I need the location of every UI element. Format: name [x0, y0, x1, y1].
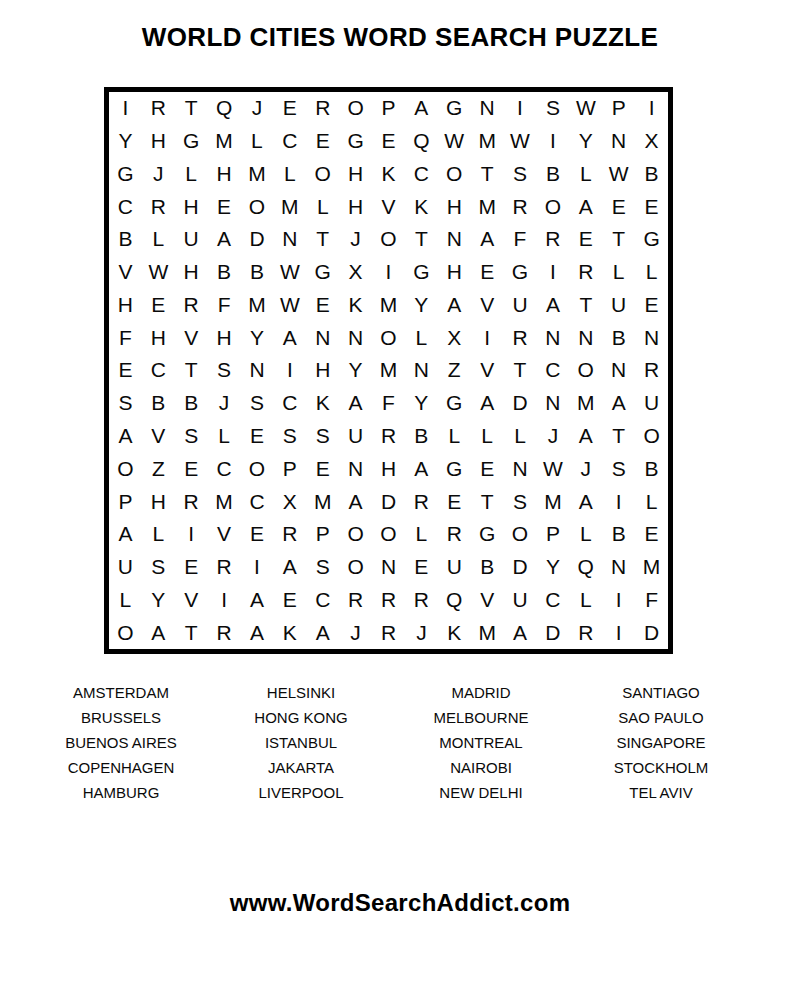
grid-cell[interactable]: T [471, 158, 504, 191]
grid-cell[interactable]: G [438, 452, 471, 485]
grid-cell[interactable]: I [602, 583, 635, 616]
grid-cell[interactable]: A [536, 289, 569, 322]
grid-cell[interactable]: L [208, 420, 241, 453]
grid-cell[interactable]: H [142, 321, 175, 354]
grid-cell[interactable]: V [142, 420, 175, 453]
grid-cell[interactable]: V [208, 518, 241, 551]
grid-cell[interactable]: H [438, 190, 471, 223]
grid-cell[interactable]: A [602, 387, 635, 420]
grid-cell[interactable]: N [471, 92, 504, 125]
grid-cell[interactable]: C [208, 452, 241, 485]
grid-cell[interactable]: G [471, 518, 504, 551]
grid-cell[interactable]: R [438, 518, 471, 551]
grid-cell[interactable]: A [405, 92, 438, 125]
grid-cell[interactable]: N [504, 452, 537, 485]
word-list-item: HAMBURG [31, 780, 211, 805]
grid-cell[interactable]: N [438, 223, 471, 256]
grid-cell[interactable]: Z [438, 354, 471, 387]
grid-cell[interactable]: E [241, 420, 274, 453]
grid-cell[interactable]: B [208, 256, 241, 289]
grid-cell[interactable]: Q [208, 92, 241, 125]
grid-cell[interactable]: V [471, 289, 504, 322]
grid-cell[interactable]: A [306, 616, 339, 649]
grid-cell[interactable]: F [504, 223, 537, 256]
grid-cell[interactable]: S [208, 354, 241, 387]
grid-cell[interactable]: I [208, 583, 241, 616]
grid-cell[interactable]: J [569, 452, 602, 485]
grid-cell[interactable]: V [175, 321, 208, 354]
grid-cell[interactable]: O [569, 354, 602, 387]
grid-cell[interactable]: B [471, 551, 504, 584]
grid-cell[interactable]: J [536, 420, 569, 453]
grid-cell[interactable]: Z [142, 452, 175, 485]
grid-cell[interactable]: N [602, 125, 635, 158]
grid-cell[interactable]: S [504, 485, 537, 518]
grid-cell[interactable]: I [602, 616, 635, 649]
grid-cell[interactable]: J [208, 387, 241, 420]
grid-cell[interactable]: A [504, 616, 537, 649]
grid-cell[interactable]: N [273, 223, 306, 256]
grid-cell[interactable]: I [175, 518, 208, 551]
grid-cell[interactable]: A [339, 485, 372, 518]
grid-cell[interactable]: D [635, 616, 668, 649]
grid-cell[interactable]: R [142, 92, 175, 125]
grid-cell[interactable]: N [306, 321, 339, 354]
grid-cell[interactable]: O [109, 452, 142, 485]
grid-cell[interactable]: S [536, 92, 569, 125]
grid-cell[interactable]: V [471, 354, 504, 387]
grid-cell[interactable]: G [504, 256, 537, 289]
grid-cell[interactable]: N [405, 354, 438, 387]
grid-cell[interactable]: R [175, 289, 208, 322]
grid-cell[interactable]: D [504, 387, 537, 420]
grid-cell[interactable]: O [635, 420, 668, 453]
grid-cell[interactable]: K [438, 616, 471, 649]
grid-cell[interactable]: L [569, 158, 602, 191]
grid-cell[interactable]: C [536, 354, 569, 387]
grid-cell[interactable]: E [569, 223, 602, 256]
grid-cell[interactable]: R [372, 420, 405, 453]
grid-cell[interactable]: O [372, 518, 405, 551]
grid-cell[interactable]: S [142, 551, 175, 584]
grid-cell[interactable]: S [306, 420, 339, 453]
grid-cell[interactable]: R [635, 354, 668, 387]
grid-cell[interactable]: N [372, 551, 405, 584]
grid-cell[interactable]: P [109, 485, 142, 518]
grid-cell[interactable]: H [142, 125, 175, 158]
grid-cell[interactable]: C [109, 190, 142, 223]
grid-cell[interactable]: K [372, 158, 405, 191]
grid-cell[interactable]: E [602, 190, 635, 223]
grid-cell[interactable]: U [438, 551, 471, 584]
grid-cell[interactable]: R [504, 190, 537, 223]
grid-cell[interactable]: C [241, 485, 274, 518]
grid-cell[interactable]: O [241, 452, 274, 485]
grid-cell[interactable]: I [273, 354, 306, 387]
grid-cell[interactable]: C [273, 387, 306, 420]
grid-cell[interactable]: S [602, 452, 635, 485]
grid-cell[interactable]: R [569, 256, 602, 289]
grid-cell[interactable]: L [635, 485, 668, 518]
grid-cell[interactable]: Q [405, 125, 438, 158]
grid-cell[interactable]: L [241, 125, 274, 158]
grid-cell[interactable]: I [504, 92, 537, 125]
word-list-item: BRUSSELS [31, 705, 211, 730]
grid-cell[interactable]: L [569, 518, 602, 551]
grid-cell[interactable]: W [142, 256, 175, 289]
grid-cell[interactable]: A [208, 223, 241, 256]
grid-cell[interactable]: Q [569, 551, 602, 584]
grid-cell[interactable]: O [109, 616, 142, 649]
grid-cell[interactable]: P [372, 92, 405, 125]
grid-cell[interactable]: B [602, 321, 635, 354]
grid-cell[interactable]: X [273, 485, 306, 518]
grid-cell[interactable]: X [635, 125, 668, 158]
grid-cell[interactable]: E [635, 289, 668, 322]
grid-cell[interactable]: I [536, 256, 569, 289]
grid-cell[interactable]: O [372, 223, 405, 256]
grid-cell[interactable]: C [142, 354, 175, 387]
grid-cell[interactable]: E [109, 354, 142, 387]
grid-cell[interactable]: N [339, 321, 372, 354]
grid-cell[interactable]: V [471, 583, 504, 616]
grid-cell[interactable]: M [306, 485, 339, 518]
grid-cell[interactable]: S [273, 420, 306, 453]
grid-cell[interactable]: Y [142, 583, 175, 616]
grid-cell[interactable]: U [602, 289, 635, 322]
grid-cell[interactable]: E [142, 289, 175, 322]
grid-cell[interactable]: G [109, 158, 142, 191]
grid-cell[interactable]: L [273, 158, 306, 191]
grid-cell[interactable]: X [339, 256, 372, 289]
grid-cell[interactable]: A [569, 485, 602, 518]
grid-cell[interactable]: D [504, 551, 537, 584]
grid-cell[interactable]: S [175, 420, 208, 453]
grid-cell[interactable]: A [142, 616, 175, 649]
grid-cell[interactable]: B [635, 158, 668, 191]
grid-cell[interactable]: R [504, 321, 537, 354]
grid-cell[interactable]: R [372, 616, 405, 649]
grid-cell[interactable]: G [175, 125, 208, 158]
grid-cell[interactable]: M [372, 354, 405, 387]
grid-cell[interactable]: O [339, 92, 372, 125]
grid-cell[interactable]: J [241, 92, 274, 125]
grid-cell[interactable]: A [241, 616, 274, 649]
grid-cell[interactable]: B [405, 420, 438, 453]
grid-cell[interactable]: M [241, 289, 274, 322]
grid-cell[interactable]: R [569, 616, 602, 649]
grid-cell[interactable]: L [635, 256, 668, 289]
grid-cell[interactable]: R [405, 485, 438, 518]
grid-cell[interactable]: U [504, 583, 537, 616]
grid-cell[interactable]: L [471, 420, 504, 453]
grid-cell[interactable]: S [241, 387, 274, 420]
grid-cell[interactable]: M [208, 125, 241, 158]
grid-cell[interactable]: N [635, 321, 668, 354]
grid-cell[interactable]: G [635, 223, 668, 256]
grid-cell[interactable]: Y [405, 387, 438, 420]
grid-cell[interactable]: A [109, 420, 142, 453]
grid-cell[interactable]: E [175, 452, 208, 485]
grid-cell[interactable]: M [471, 125, 504, 158]
grid-cell[interactable]: G [405, 256, 438, 289]
grid-cell[interactable]: U [109, 551, 142, 584]
grid-cell[interactable]: A [405, 452, 438, 485]
grid-cell[interactable]: S [306, 551, 339, 584]
grid-cell[interactable]: N [602, 354, 635, 387]
grid-cell[interactable]: G [306, 256, 339, 289]
grid-cell[interactable]: M [471, 616, 504, 649]
grid-cell[interactable]: R [306, 92, 339, 125]
word-list-item: HELSINKI [211, 680, 391, 705]
grid-cell[interactable]: H [438, 256, 471, 289]
grid-cell[interactable]: L [438, 420, 471, 453]
word-list-column: AMSTERDAMBRUSSELSBUENOS AIRESCOPENHAGENH… [31, 680, 211, 805]
grid-cell[interactable]: E [372, 125, 405, 158]
grid-cell[interactable]: W [536, 452, 569, 485]
grid-cell[interactable]: P [273, 452, 306, 485]
page: { "game": "word-search", "title": "WORLD… [0, 0, 800, 1000]
grid-cell[interactable]: E [438, 485, 471, 518]
grid-cell[interactable]: R [372, 583, 405, 616]
grid-cell[interactable]: V [372, 190, 405, 223]
grid-cell[interactable]: E [273, 92, 306, 125]
grid-cell[interactable]: P [306, 518, 339, 551]
grid-cell[interactable]: W [569, 92, 602, 125]
grid-cell[interactable]: Y [339, 354, 372, 387]
grid-cell[interactable]: A [339, 387, 372, 420]
grid-cell[interactable]: N [241, 354, 274, 387]
grid-cell[interactable]: Y [109, 125, 142, 158]
grid-cell[interactable]: J [339, 616, 372, 649]
grid-cell[interactable]: S [504, 158, 537, 191]
grid-cell[interactable]: O [504, 518, 537, 551]
grid-cell[interactable]: I [471, 321, 504, 354]
grid-cell[interactable]: P [536, 518, 569, 551]
grid-cell[interactable]: R [536, 223, 569, 256]
grid-cell[interactable]: O [241, 190, 274, 223]
grid-cell[interactable]: J [405, 616, 438, 649]
grid-cell[interactable]: U [504, 289, 537, 322]
grid-cell[interactable]: C [536, 583, 569, 616]
grid-cell[interactable]: W [504, 125, 537, 158]
grid-cell[interactable]: L [504, 420, 537, 453]
grid-cell[interactable]: H [175, 190, 208, 223]
grid-cell[interactable]: X [438, 321, 471, 354]
grid-cell[interactable]: M [471, 190, 504, 223]
grid-cell[interactable]: N [569, 321, 602, 354]
grid-cell[interactable]: E [471, 452, 504, 485]
grid-cell[interactable]: I [372, 256, 405, 289]
grid-cell[interactable]: P [602, 92, 635, 125]
grid-cell[interactable]: N [339, 452, 372, 485]
word-list-column: MADRIDMELBOURNEMONTREALNAIROBINEW DELHI [391, 680, 571, 805]
grid-cell[interactable]: C [405, 158, 438, 191]
grid-cell[interactable]: L [142, 518, 175, 551]
grid-cell[interactable]: L [306, 190, 339, 223]
grid-cell[interactable]: K [339, 289, 372, 322]
grid-cell[interactable]: R [175, 485, 208, 518]
grid-cell[interactable]: N [536, 387, 569, 420]
grid-cell[interactable]: U [339, 420, 372, 453]
grid-cell[interactable]: A [438, 289, 471, 322]
grid-cell[interactable]: D [241, 223, 274, 256]
grid-cell[interactable]: O [536, 190, 569, 223]
grid-cell[interactable]: Q [438, 583, 471, 616]
grid-cell[interactable]: M [273, 190, 306, 223]
grid-cell[interactable]: C [306, 583, 339, 616]
grid-cell[interactable]: W [438, 125, 471, 158]
word-list-item: NAIROBI [391, 755, 571, 780]
grid-cell[interactable]: R [208, 616, 241, 649]
grid-cell[interactable]: L [142, 223, 175, 256]
grid-cell[interactable]: Y [569, 125, 602, 158]
grid-cell[interactable]: Y [536, 551, 569, 584]
grid-cell[interactable]: E [208, 190, 241, 223]
grid-cell[interactable]: F [635, 583, 668, 616]
grid-cell[interactable]: W [273, 289, 306, 322]
grid-cell[interactable]: E [405, 551, 438, 584]
grid-cell[interactable]: H [142, 485, 175, 518]
grid-cell[interactable]: L [602, 256, 635, 289]
grid-cell[interactable]: T [504, 354, 537, 387]
grid-cell[interactable]: E [471, 256, 504, 289]
grid-cell[interactable]: B [109, 223, 142, 256]
grid-cell[interactable]: A [471, 223, 504, 256]
grid-cell[interactable]: W [602, 158, 635, 191]
grid-cell[interactable]: G [438, 92, 471, 125]
grid-cell[interactable]: L [175, 158, 208, 191]
grid-cell[interactable]: B [175, 387, 208, 420]
grid-cell[interactable]: H [109, 289, 142, 322]
grid-cell[interactable]: H [208, 321, 241, 354]
grid-cell[interactable]: W [273, 256, 306, 289]
grid-cell[interactable]: F [109, 321, 142, 354]
grid-cell[interactable]: O [438, 158, 471, 191]
grid-cell[interactable]: N [536, 321, 569, 354]
grid-cell[interactable]: M [536, 485, 569, 518]
grid-cell[interactable]: B [536, 158, 569, 191]
grid-cell[interactable]: B [635, 452, 668, 485]
grid-cell[interactable]: O [339, 518, 372, 551]
grid-cell[interactable]: K [306, 387, 339, 420]
grid-cell[interactable]: A [569, 190, 602, 223]
grid-cell[interactable]: V [175, 583, 208, 616]
grid-cell[interactable]: J [142, 158, 175, 191]
grid-cell[interactable]: G [438, 387, 471, 420]
grid-cell[interactable]: B [241, 256, 274, 289]
grid-cell[interactable]: T [569, 289, 602, 322]
grid-cell[interactable]: A [273, 321, 306, 354]
grid-cell[interactable]: L [405, 321, 438, 354]
grid-cell[interactable]: I [109, 92, 142, 125]
grid-cell[interactable]: V [109, 256, 142, 289]
grid-cell[interactable]: T [175, 92, 208, 125]
grid-cell[interactable]: T [306, 223, 339, 256]
grid-cell[interactable]: H [208, 158, 241, 191]
grid-cell[interactable]: K [405, 190, 438, 223]
word-list-item: MADRID [391, 680, 571, 705]
grid-cell[interactable]: H [339, 158, 372, 191]
grid-cell[interactable]: M [635, 551, 668, 584]
grid-cell[interactable]: H [306, 354, 339, 387]
grid-cell[interactable]: U [175, 223, 208, 256]
grid-cell[interactable]: T [405, 223, 438, 256]
grid-cell[interactable]: M [208, 485, 241, 518]
grid-cell[interactable]: I [635, 92, 668, 125]
grid-cell[interactable]: U [635, 387, 668, 420]
grid-cell[interactable]: L [569, 583, 602, 616]
grid-cell[interactable]: C [273, 125, 306, 158]
grid-cell[interactable]: Y [405, 289, 438, 322]
grid-cell[interactable]: D [372, 485, 405, 518]
grid-cell[interactable]: O [306, 158, 339, 191]
grid-cell[interactable]: E [635, 190, 668, 223]
grid-cell[interactable]: M [569, 387, 602, 420]
grid-cell[interactable]: I [602, 485, 635, 518]
grid-cell[interactable]: T [602, 420, 635, 453]
grid-cell[interactable]: F [208, 289, 241, 322]
grid-cell[interactable]: R [142, 190, 175, 223]
grid-cell[interactable]: N [602, 551, 635, 584]
grid-cell[interactable]: A [569, 420, 602, 453]
grid-cell[interactable]: E [635, 518, 668, 551]
grid-cell[interactable]: T [602, 223, 635, 256]
grid-cell[interactable]: Y [241, 321, 274, 354]
grid-cell[interactable]: E [241, 518, 274, 551]
grid-cell[interactable]: M [372, 289, 405, 322]
grid-cell[interactable]: A [109, 518, 142, 551]
grid-cell[interactable]: L [109, 583, 142, 616]
grid-cell[interactable]: A [471, 387, 504, 420]
grid-cell[interactable]: M [241, 158, 274, 191]
grid-cell[interactable]: R [405, 583, 438, 616]
grid-cell[interactable]: O [339, 551, 372, 584]
grid-cell[interactable]: I [536, 125, 569, 158]
grid-cell[interactable]: R [208, 551, 241, 584]
grid-cell[interactable]: D [536, 616, 569, 649]
grid-cell[interactable]: F [372, 387, 405, 420]
grid-cell[interactable]: T [471, 485, 504, 518]
grid-cell[interactable]: I [241, 551, 274, 584]
grid-cell[interactable]: S [109, 387, 142, 420]
grid-cell[interactable]: O [372, 321, 405, 354]
grid-cell[interactable]: T [175, 354, 208, 387]
grid-cell[interactable]: E [306, 452, 339, 485]
grid-cell[interactable]: A [273, 551, 306, 584]
grid-cell[interactable]: L [405, 518, 438, 551]
word-list-item: ISTANBUL [211, 730, 391, 755]
grid-cell[interactable]: R [273, 518, 306, 551]
grid-cell[interactable]: E [306, 289, 339, 322]
grid-cell[interactable]: K [273, 616, 306, 649]
grid-cell[interactable]: A [241, 583, 274, 616]
word-list-item: STOCKHOLM [571, 755, 751, 780]
grid-cell[interactable]: E [306, 125, 339, 158]
grid-cell[interactable]: B [142, 387, 175, 420]
grid-cell[interactable]: R [339, 583, 372, 616]
grid-cell[interactable]: J [339, 223, 372, 256]
grid-cell[interactable]: H [372, 452, 405, 485]
grid-cell[interactable]: H [175, 256, 208, 289]
grid-cell[interactable]: E [273, 583, 306, 616]
grid-cell[interactable]: E [175, 551, 208, 584]
word-search-grid[interactable]: IRTQJEROPAGNISWPIYHGMLCEGEQWMWIYNXGJLHML… [104, 87, 673, 654]
grid-cell[interactable]: T [175, 616, 208, 649]
grid-cell[interactable]: B [602, 518, 635, 551]
grid-cell[interactable]: G [339, 125, 372, 158]
grid-cell[interactable]: H [339, 190, 372, 223]
